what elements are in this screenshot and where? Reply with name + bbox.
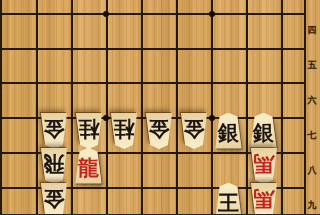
piece-tile: 金 bbox=[145, 113, 173, 149]
shogi-piece-dragon-78[interactable]: 龍 bbox=[75, 148, 103, 184]
shogi-piece-silver-37[interactable]: 銀 bbox=[215, 113, 243, 149]
grid-hline bbox=[0, 82, 306, 84]
shogi-piece-horse-29[interactable]: 馬 bbox=[250, 183, 278, 215]
grid-vline bbox=[36, 0, 38, 214]
shogi-piece-knight-67[interactable]: 桂 bbox=[110, 113, 138, 149]
shogi-piece-gold-89[interactable]: 金 bbox=[40, 183, 68, 215]
piece-tile: 龍 bbox=[75, 148, 103, 184]
piece-kanji: 金 bbox=[43, 118, 64, 139]
rank-label-9: 九 bbox=[308, 201, 317, 210]
hoshi-dot bbox=[103, 115, 109, 121]
grid-vline bbox=[211, 0, 213, 214]
piece-kanji: 馬 bbox=[253, 188, 274, 209]
grid-vline bbox=[304, 0, 306, 214]
shogi-piece-horse-28[interactable]: 馬 bbox=[250, 148, 278, 184]
grid-vline bbox=[246, 0, 248, 214]
piece-tile: 金 bbox=[40, 183, 68, 215]
piece-kanji: 銀 bbox=[218, 123, 239, 144]
grid-vline bbox=[71, 0, 73, 214]
hoshi-dot bbox=[103, 11, 109, 17]
piece-kanji: 金 bbox=[43, 188, 64, 209]
rank-label-7: 七 bbox=[308, 131, 317, 140]
shogi-piece-knight-77[interactable]: 桂 bbox=[75, 113, 103, 149]
grid-vline bbox=[141, 0, 143, 214]
shogi-piece-gold-47[interactable]: 金 bbox=[180, 113, 208, 149]
piece-kanji: 金 bbox=[183, 118, 204, 139]
piece-kanji: 龍 bbox=[78, 158, 99, 179]
piece-kanji: 飛 bbox=[43, 153, 64, 174]
piece-tile: 飛 bbox=[40, 148, 68, 184]
piece-tile: 王 bbox=[215, 183, 243, 215]
piece-kanji: 桂 bbox=[113, 118, 134, 139]
shogi-piece-gold-57[interactable]: 金 bbox=[145, 113, 173, 149]
grid-vline bbox=[0, 0, 2, 214]
piece-kanji: 金 bbox=[148, 118, 169, 139]
shogi-board[interactable]: 四五六七八九 金桂桂金金銀銀飛龍馬金王馬 bbox=[0, 0, 320, 214]
piece-tile: 桂 bbox=[75, 113, 103, 149]
shogi-piece-silver-27[interactable]: 銀 bbox=[250, 113, 278, 149]
piece-tile: 金 bbox=[40, 113, 68, 149]
piece-tile: 桂 bbox=[110, 113, 138, 149]
piece-tile: 馬 bbox=[250, 183, 278, 215]
piece-kanji: 馬 bbox=[253, 153, 274, 174]
rank-label-5: 五 bbox=[308, 61, 317, 70]
shogi-piece-king-39[interactable]: 王 bbox=[215, 183, 243, 215]
rank-label-8: 八 bbox=[308, 166, 317, 175]
grid-hline bbox=[0, 13, 306, 15]
grid-vline bbox=[281, 0, 283, 214]
rank-label-4: 四 bbox=[308, 26, 317, 35]
shogi-piece-rook-88[interactable]: 飛 bbox=[40, 148, 68, 184]
piece-tile: 銀 bbox=[215, 113, 243, 149]
piece-tile: 銀 bbox=[250, 113, 278, 149]
piece-kanji: 銀 bbox=[253, 123, 274, 144]
grid-vline bbox=[106, 0, 108, 214]
piece-tile: 金 bbox=[180, 113, 208, 149]
piece-kanji: 王 bbox=[218, 193, 239, 214]
rank-label-6: 六 bbox=[308, 96, 317, 105]
shogi-piece-gold-87[interactable]: 金 bbox=[40, 113, 68, 149]
piece-kanji: 桂 bbox=[78, 118, 99, 139]
grid-hline bbox=[0, 48, 306, 50]
hoshi-dot bbox=[209, 11, 215, 17]
grid-vline bbox=[176, 0, 178, 214]
piece-tile: 馬 bbox=[250, 148, 278, 184]
